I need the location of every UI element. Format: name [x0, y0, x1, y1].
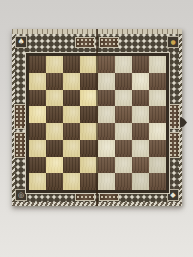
square-g8[interactable]	[132, 56, 149, 73]
square-h6[interactable]	[149, 90, 166, 107]
square-e2[interactable]	[98, 157, 115, 174]
square-f8[interactable]	[115, 56, 132, 73]
square-e1[interactable]	[98, 173, 115, 190]
square-f3[interactable]	[115, 140, 132, 157]
square-e8[interactable]	[98, 56, 115, 73]
square-e6[interactable]	[98, 90, 115, 107]
square-f6[interactable]	[115, 90, 132, 107]
square-a7[interactable]	[29, 73, 46, 90]
square-h4[interactable]	[149, 123, 166, 140]
square-d4[interactable]	[80, 123, 97, 140]
square-b4[interactable]	[46, 123, 63, 140]
square-b2[interactable]	[46, 157, 63, 174]
corner-inlay-top-right: ●	[167, 36, 179, 48]
square-c7[interactable]	[63, 73, 80, 90]
square-a3[interactable]	[29, 140, 46, 157]
square-e5[interactable]	[98, 106, 115, 123]
square-g2[interactable]	[132, 157, 149, 174]
square-b3[interactable]	[46, 140, 63, 157]
chess-board: ♠ ● ◎ ◆	[12, 29, 182, 206]
square-c6[interactable]	[63, 90, 80, 107]
latch-clasp-icon	[180, 117, 187, 128]
edge-inlay-panel-right-upper	[168, 104, 180, 129]
edge-inlay-panel-right-lower	[168, 132, 180, 158]
square-b6[interactable]	[46, 90, 63, 107]
square-c2[interactable]	[63, 157, 80, 174]
square-h7[interactable]	[149, 73, 166, 90]
square-g6[interactable]	[132, 90, 149, 107]
square-f7[interactable]	[115, 73, 132, 90]
corner-inlay-top-left: ♠	[15, 36, 27, 48]
fold-seam	[96, 29, 98, 206]
square-b7[interactable]	[46, 73, 63, 90]
square-a5[interactable]	[29, 106, 46, 123]
square-e3[interactable]	[98, 140, 115, 157]
photo-backdrop: ♠ ● ◎ ◆	[0, 0, 193, 257]
square-a1[interactable]	[29, 173, 46, 190]
square-h5[interactable]	[149, 106, 166, 123]
square-d7[interactable]	[80, 73, 97, 90]
edge-inlay-panel-left-upper	[14, 104, 26, 129]
ring-inlay-icon: ◎	[18, 192, 24, 199]
square-d3[interactable]	[80, 140, 97, 157]
square-h1[interactable]	[149, 173, 166, 190]
square-c3[interactable]	[63, 140, 80, 157]
square-a2[interactable]	[29, 157, 46, 174]
square-g5[interactable]	[132, 106, 149, 123]
edge-inlay-panel-left-lower	[14, 132, 26, 158]
square-c8[interactable]	[63, 56, 80, 73]
square-g4[interactable]	[132, 123, 149, 140]
square-g7[interactable]	[132, 73, 149, 90]
square-f1[interactable]	[115, 173, 132, 190]
square-f4[interactable]	[115, 123, 132, 140]
square-c1[interactable]	[63, 173, 80, 190]
square-a4[interactable]	[29, 123, 46, 140]
square-h2[interactable]	[149, 157, 166, 174]
leaf-inlay-icon: ♠	[17, 38, 24, 46]
square-e7[interactable]	[98, 73, 115, 90]
square-d6[interactable]	[80, 90, 97, 107]
square-d2[interactable]	[80, 157, 97, 174]
square-b8[interactable]	[46, 56, 63, 73]
square-f5[interactable]	[115, 106, 132, 123]
square-g3[interactable]	[132, 140, 149, 157]
square-a6[interactable]	[29, 90, 46, 107]
edge-inlay-panel-top-right	[99, 37, 119, 48]
diamond-inlay-icon: ◆	[170, 192, 175, 199]
square-b1[interactable]	[46, 173, 63, 190]
square-h8[interactable]	[149, 56, 166, 73]
square-e4[interactable]	[98, 123, 115, 140]
square-c4[interactable]	[63, 123, 80, 140]
square-c5[interactable]	[63, 106, 80, 123]
square-f2[interactable]	[115, 157, 132, 174]
square-a8[interactable]	[29, 56, 46, 73]
dot-inlay-icon: ●	[170, 39, 175, 45]
square-h3[interactable]	[149, 140, 166, 157]
square-d8[interactable]	[80, 56, 97, 73]
square-d5[interactable]	[80, 106, 97, 123]
square-g1[interactable]	[132, 173, 149, 190]
square-b5[interactable]	[46, 106, 63, 123]
edge-inlay-panel-top-left	[75, 37, 95, 48]
square-d1[interactable]	[80, 173, 97, 190]
